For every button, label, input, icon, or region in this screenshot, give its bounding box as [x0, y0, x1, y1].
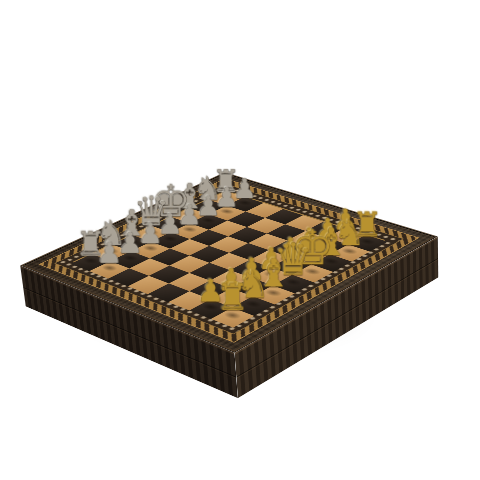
chess-set-photo: ♜♞♝♛♚♝♞♜♟♟♟♟♟♟♟♟♟♟♟♟♟♟♟♟♜♞♝♛♚♝♞♜ [0, 0, 480, 480]
silver-pawn-glyph: ♟ [77, 203, 142, 268]
gold-rook-glyph: ♜ [198, 245, 268, 315]
scene-rotation: ♜♞♝♛♚♝♞♜♟♟♟♟♟♟♟♟♟♟♟♟♟♟♟♟♜♞♝♛♚♝♞♜ [0, 0, 480, 480]
chess-board: ♜♞♝♛♚♝♞♜♟♟♟♟♟♟♟♟♟♟♟♟♟♟♟♟♜♞♝♛♚♝♞♜ [20, 172, 438, 353]
perspective-scene: ♜♞♝♛♚♝♞♜♟♟♟♟♟♟♟♟♟♟♟♟♟♟♟♟♜♞♝♛♚♝♞♜ [0, 0, 480, 480]
